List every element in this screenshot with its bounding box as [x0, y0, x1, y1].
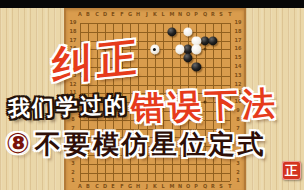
column-label-top: P — [195, 13, 199, 18]
row-label-right: 1 — [236, 179, 239, 184]
column-label-bottom: C — [95, 185, 99, 190]
row-label-left: 2 — [71, 170, 74, 175]
white-stone — [175, 45, 184, 54]
column-label-top: H — [136, 13, 140, 18]
white-stone — [184, 27, 193, 36]
row-label-left: 18 — [70, 29, 77, 34]
column-label-top: E — [112, 13, 115, 18]
black-stone — [209, 36, 218, 45]
column-label-bottom: O — [186, 185, 190, 190]
row-label-left: 19 — [70, 21, 77, 26]
white-stone — [192, 36, 201, 45]
white-stone — [192, 45, 201, 54]
column-label-bottom: L — [162, 185, 165, 190]
row-label-right: 14 — [234, 65, 241, 70]
row-label-left: 1 — [71, 179, 74, 184]
column-label-bottom: R — [211, 185, 215, 190]
star-point — [203, 48, 206, 51]
column-label-top: D — [103, 13, 107, 18]
row-label-left: 3 — [71, 161, 74, 166]
column-label-top: B — [86, 13, 90, 18]
column-label-bottom: M — [169, 185, 174, 190]
title-wrong-moves-text: 错误下法 — [130, 81, 279, 131]
episode-subtitle: ⑧不要模仿星位定式 — [6, 127, 267, 162]
column-label-top: A — [78, 13, 82, 18]
column-label-top: C — [95, 13, 99, 18]
column-label-bottom: F — [120, 185, 123, 190]
top-letterbox-bar — [0, 0, 304, 8]
column-label-top: Q — [203, 13, 207, 18]
column-label-bottom: B — [86, 185, 90, 190]
row-label-right: 15 — [234, 56, 241, 61]
column-label-top: T — [228, 13, 231, 18]
column-label-top: F — [120, 13, 123, 18]
grid-horizontal-line — [80, 164, 230, 165]
video-thumbnail: AA1919BB1818CC1717DD1616EE1515FF1414GG13… — [0, 0, 304, 190]
column-label-top: R — [211, 13, 215, 18]
column-label-bottom: D — [103, 185, 107, 190]
row-label-right: 3 — [236, 161, 239, 166]
title-correction-text: 纠正 — [52, 29, 142, 94]
column-label-top: M — [169, 13, 174, 18]
row-label-right: 18 — [234, 29, 241, 34]
black-stone — [167, 27, 176, 36]
column-label-bottom: E — [112, 185, 115, 190]
column-label-bottom: K — [153, 185, 157, 190]
column-label-bottom: T — [228, 185, 231, 190]
column-label-bottom: S — [220, 185, 224, 190]
black-stone — [184, 54, 193, 63]
column-label-top: N — [178, 13, 182, 18]
grid-horizontal-line — [80, 181, 230, 182]
black-stone — [192, 62, 201, 71]
column-label-top: L — [162, 13, 165, 18]
column-label-bottom: A — [78, 185, 82, 190]
last-move-marker — [153, 48, 156, 51]
row-label-right: 17 — [234, 38, 241, 43]
red-seal-logo: 正 — [282, 161, 301, 180]
subtitle-text: 不要模仿星位定式 — [35, 129, 267, 159]
column-label-bottom: J — [146, 185, 148, 190]
grid-horizontal-line — [80, 173, 230, 174]
column-label-top: K — [153, 13, 157, 18]
column-label-bottom: N — [178, 185, 182, 190]
column-label-bottom: Q — [203, 185, 207, 190]
episode-number-badge: ⑧ — [6, 127, 33, 160]
column-label-bottom: P — [195, 185, 199, 190]
column-label-top: S — [220, 13, 224, 18]
column-label-bottom: G — [128, 185, 132, 190]
row-label-right: 2 — [236, 170, 239, 175]
row-label-right: 19 — [234, 21, 241, 26]
column-label-top: J — [146, 13, 148, 18]
row-label-right: 13 — [234, 73, 241, 78]
column-label-top: G — [128, 13, 132, 18]
white-stone — [150, 45, 159, 54]
column-label-bottom: H — [136, 185, 140, 190]
column-label-top: O — [186, 13, 190, 18]
title-we-learned-text: 我们学过的 — [8, 90, 129, 124]
row-label-right: 16 — [234, 47, 241, 52]
